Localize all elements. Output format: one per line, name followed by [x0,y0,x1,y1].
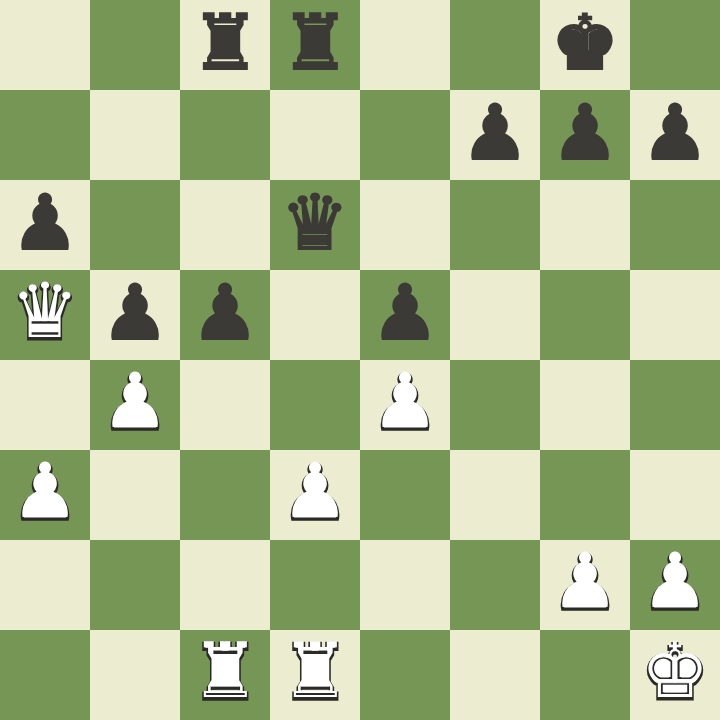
square-c8[interactable]: ♜ [180,0,270,90]
piece-black-queen-d6[interactable]: ♛ [281,178,349,268]
square-h8[interactable] [630,0,720,90]
square-a4[interactable] [0,360,90,450]
pawn-icon: ♟ [641,536,709,626]
square-g4[interactable] [540,360,630,450]
square-d1[interactable]: ♜♜ [270,630,360,720]
piece-black-pawn-c5[interactable]: ♟ [191,268,259,358]
square-b7[interactable] [90,90,180,180]
square-e1[interactable] [360,630,450,720]
square-h5[interactable] [630,270,720,360]
square-h4[interactable] [630,360,720,450]
square-e2[interactable] [360,540,450,630]
square-d6[interactable]: ♛ [270,180,360,270]
square-f7[interactable]: ♟ [450,90,540,180]
square-b1[interactable] [90,630,180,720]
chess-board-container: ♜♜♚♟♟♟♟♛♛♛♟♟♟♟♟♟♟♟♟♟♟♟♟♟♟♜♜♜♜♚♚ [0,0,720,720]
king-icon: ♚ [641,626,709,716]
square-e6[interactable] [360,180,450,270]
square-g7[interactable]: ♟ [540,90,630,180]
square-d5[interactable] [270,270,360,360]
square-d2[interactable] [270,540,360,630]
square-b2[interactable] [90,540,180,630]
square-d8[interactable]: ♜ [270,0,360,90]
chess-board: ♜♜♚♟♟♟♟♛♛♛♟♟♟♟♟♟♟♟♟♟♟♟♟♟♟♜♜♜♜♚♚ [0,0,720,720]
square-b6[interactable] [90,180,180,270]
piece-white-pawn-h2[interactable]: ♟♟ [641,538,709,628]
piece-white-queen-a5[interactable]: ♛♛ [11,268,79,358]
square-f2[interactable] [450,540,540,630]
square-e3[interactable] [360,450,450,540]
pawn-icon: ♟ [281,446,349,536]
square-f1[interactable] [450,630,540,720]
piece-black-king-g8[interactable]: ♚ [551,0,619,88]
piece-white-pawn-d3[interactable]: ♟♟ [281,448,349,538]
square-f8[interactable] [450,0,540,90]
square-e8[interactable] [360,0,450,90]
piece-black-pawn-h7[interactable]: ♟ [641,88,709,178]
piece-white-pawn-g2[interactable]: ♟♟ [551,538,619,628]
square-a3[interactable]: ♟♟ [0,450,90,540]
piece-white-pawn-e4[interactable]: ♟♟ [371,358,439,448]
square-f6[interactable] [450,180,540,270]
pawn-icon: ♟ [371,356,439,446]
square-f3[interactable] [450,450,540,540]
square-g6[interactable] [540,180,630,270]
square-f5[interactable] [450,270,540,360]
piece-black-pawn-f7[interactable]: ♟ [461,88,529,178]
piece-black-pawn-e5[interactable]: ♟ [371,268,439,358]
square-d7[interactable] [270,90,360,180]
pawn-icon: ♟ [101,356,169,446]
piece-white-rook-c1[interactable]: ♜♜ [191,628,259,718]
square-c4[interactable] [180,360,270,450]
piece-white-rook-d1[interactable]: ♜♜ [281,628,349,718]
square-c6[interactable] [180,180,270,270]
square-d4[interactable] [270,360,360,450]
piece-black-rook-c8[interactable]: ♜ [191,0,259,88]
square-a6[interactable]: ♟ [0,180,90,270]
square-a5[interactable]: ♛♛ [0,270,90,360]
piece-white-king-h1[interactable]: ♚♚ [641,628,709,718]
square-a8[interactable] [0,0,90,90]
square-a1[interactable] [0,630,90,720]
rook-icon: ♜ [191,626,259,716]
square-c3[interactable] [180,450,270,540]
square-g1[interactable] [540,630,630,720]
square-b4[interactable]: ♟♟ [90,360,180,450]
square-h6[interactable] [630,180,720,270]
square-c2[interactable] [180,540,270,630]
square-c1[interactable]: ♜♜ [180,630,270,720]
square-g8[interactable]: ♚ [540,0,630,90]
square-e5[interactable]: ♟ [360,270,450,360]
piece-black-pawn-b5[interactable]: ♟ [101,268,169,358]
square-c5[interactable]: ♟ [180,270,270,360]
piece-black-pawn-a6[interactable]: ♟ [11,178,79,268]
rook-icon: ♜ [281,626,349,716]
piece-black-rook-d8[interactable]: ♜ [281,0,349,88]
piece-white-pawn-b4[interactable]: ♟♟ [101,358,169,448]
square-g2[interactable]: ♟♟ [540,540,630,630]
square-b8[interactable] [90,0,180,90]
square-a7[interactable] [0,90,90,180]
square-e4[interactable]: ♟♟ [360,360,450,450]
square-c7[interactable] [180,90,270,180]
square-g5[interactable] [540,270,630,360]
queen-icon: ♛ [11,266,79,356]
piece-white-pawn-a3[interactable]: ♟♟ [11,448,79,538]
square-h7[interactable]: ♟ [630,90,720,180]
piece-black-pawn-g7[interactable]: ♟ [551,88,619,178]
square-g3[interactable] [540,450,630,540]
square-f4[interactable] [450,360,540,450]
square-h2[interactable]: ♟♟ [630,540,720,630]
square-b3[interactable] [90,450,180,540]
square-h1[interactable]: ♚♚ [630,630,720,720]
pawn-icon: ♟ [551,536,619,626]
square-b5[interactable]: ♟ [90,270,180,360]
square-a2[interactable] [0,540,90,630]
pawn-icon: ♟ [11,446,79,536]
square-h3[interactable] [630,450,720,540]
square-e7[interactable] [360,90,450,180]
square-d3[interactable]: ♟♟ [270,450,360,540]
